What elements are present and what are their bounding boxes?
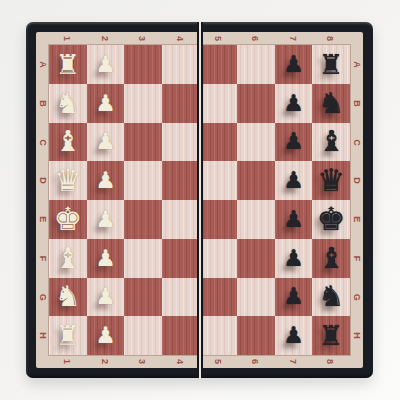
square-F4[interactable] — [162, 239, 200, 278]
hinge-fold-line — [197, 22, 203, 378]
piece-white-pawn[interactable]: ♟ — [95, 324, 116, 347]
square-D8[interactable]: ♛ — [312, 161, 350, 200]
piece-black-knight[interactable]: ♞ — [318, 282, 344, 311]
piece-black-pawn[interactable]: ♟ — [283, 169, 304, 192]
square-F7[interactable]: ♟ — [275, 239, 313, 278]
square-F3[interactable] — [124, 239, 162, 278]
square-D4[interactable] — [162, 161, 200, 200]
square-E7[interactable]: ♟ — [275, 200, 313, 239]
piece-white-rook[interactable]: ♜ — [56, 51, 80, 78]
file-label-6: 6 — [249, 32, 262, 45]
square-D3[interactable] — [124, 161, 162, 200]
file-label-1: 1 — [61, 32, 74, 45]
piece-white-pawn[interactable]: ♟ — [95, 247, 116, 270]
photo-background: 12345678 ABCDEFGH ♜♟♟♜♞♟♟♞♝♟♟♝♛♟♟♛♚♟♟♚♝♟… — [0, 0, 400, 400]
piece-white-knight[interactable]: ♞ — [55, 89, 81, 118]
square-G7[interactable]: ♟ — [275, 278, 313, 317]
piece-white-king[interactable]: ♚ — [53, 203, 82, 235]
piece-white-queen[interactable]: ♛ — [54, 165, 82, 196]
square-F2[interactable]: ♟ — [87, 239, 125, 278]
chess-board: 12345678 ABCDEFGH ♜♟♟♜♞♟♟♞♝♟♟♝♛♟♟♛♚♟♟♚♝♟… — [26, 22, 373, 378]
square-B1[interactable]: ♞ — [49, 84, 87, 123]
square-F5[interactable] — [200, 239, 238, 278]
rank-label-B: B — [36, 97, 49, 110]
square-H1[interactable]: ♜ — [49, 316, 87, 355]
piece-black-pawn[interactable]: ♟ — [283, 208, 304, 231]
square-A6[interactable] — [237, 45, 275, 84]
square-F8[interactable]: ♝ — [312, 239, 350, 278]
piece-black-pawn[interactable]: ♟ — [283, 324, 304, 347]
rank-label-E: E — [36, 213, 49, 226]
square-B8[interactable]: ♞ — [312, 84, 350, 123]
square-H7[interactable]: ♟ — [275, 316, 313, 355]
border-corner-tr — [350, 32, 363, 45]
file-label-3: 3 — [137, 32, 150, 45]
rank-label-B: B — [350, 97, 363, 110]
rank-label-F: F — [36, 252, 49, 265]
piece-white-pawn[interactable]: ♟ — [95, 285, 116, 308]
square-B2[interactable]: ♟ — [87, 84, 125, 123]
piece-black-queen[interactable]: ♛ — [317, 165, 345, 196]
square-H3[interactable] — [124, 316, 162, 355]
square-E5[interactable] — [200, 200, 238, 239]
square-E3[interactable] — [124, 200, 162, 239]
square-G2[interactable]: ♟ — [87, 278, 125, 317]
square-B4[interactable] — [162, 84, 200, 123]
rank-label-A: A — [36, 58, 49, 71]
square-C6[interactable] — [237, 123, 275, 162]
square-D5[interactable] — [200, 161, 238, 200]
rank-label-G: G — [36, 290, 49, 303]
square-A3[interactable] — [124, 45, 162, 84]
piece-white-knight[interactable]: ♞ — [55, 282, 81, 311]
rank-labels-right: ABCDEFGH — [350, 45, 363, 355]
square-G1[interactable]: ♞ — [49, 278, 87, 317]
file-label-8: 8 — [325, 355, 338, 368]
square-C2[interactable]: ♟ — [87, 123, 125, 162]
border-corner-bl — [36, 355, 49, 368]
square-H5[interactable] — [200, 316, 238, 355]
square-C1[interactable]: ♝ — [49, 123, 87, 162]
border-corner-br — [350, 355, 363, 368]
square-E2[interactable]: ♟ — [87, 200, 125, 239]
piece-white-pawn[interactable]: ♟ — [95, 130, 116, 153]
piece-white-pawn[interactable]: ♟ — [95, 92, 116, 115]
file-label-1: 1 — [61, 355, 74, 368]
square-A1[interactable]: ♜ — [49, 45, 87, 84]
square-E6[interactable] — [237, 200, 275, 239]
piece-black-bishop[interactable]: ♝ — [318, 244, 344, 273]
square-H6[interactable] — [237, 316, 275, 355]
rank-label-H: H — [36, 329, 49, 342]
rank-label-C: C — [36, 135, 49, 148]
square-D1[interactable]: ♛ — [49, 161, 87, 200]
square-A8[interactable]: ♜ — [312, 45, 350, 84]
piece-white-rook[interactable]: ♜ — [56, 322, 80, 349]
square-G6[interactable] — [237, 278, 275, 317]
piece-black-pawn[interactable]: ♟ — [283, 247, 304, 270]
square-A5[interactable] — [200, 45, 238, 84]
piece-white-bishop[interactable]: ♝ — [55, 244, 81, 273]
file-label-3: 3 — [137, 355, 150, 368]
file-label-5: 5 — [212, 32, 225, 45]
square-E1[interactable]: ♚ — [49, 200, 87, 239]
border-corner-tl — [36, 32, 49, 45]
square-B3[interactable] — [124, 84, 162, 123]
square-G8[interactable]: ♞ — [312, 278, 350, 317]
file-label-6: 6 — [249, 355, 262, 368]
square-B5[interactable] — [200, 84, 238, 123]
square-C7[interactable]: ♟ — [275, 123, 313, 162]
square-C5[interactable] — [200, 123, 238, 162]
piece-white-pawn[interactable]: ♟ — [95, 169, 116, 192]
square-G3[interactable] — [124, 278, 162, 317]
piece-black-knight[interactable]: ♞ — [318, 89, 344, 118]
square-B6[interactable] — [237, 84, 275, 123]
square-H4[interactable] — [162, 316, 200, 355]
file-label-7: 7 — [287, 355, 300, 368]
rank-label-E: E — [350, 213, 363, 226]
piece-black-king[interactable]: ♚ — [317, 203, 346, 235]
square-A7[interactable]: ♟ — [275, 45, 313, 84]
square-C3[interactable] — [124, 123, 162, 162]
piece-black-rook[interactable]: ♜ — [319, 51, 343, 78]
rank-label-A: A — [350, 58, 363, 71]
file-label-2: 2 — [99, 32, 112, 45]
piece-white-bishop[interactable]: ♝ — [55, 127, 81, 156]
file-label-8: 8 — [325, 32, 338, 45]
file-label-7: 7 — [287, 32, 300, 45]
rank-label-C: C — [350, 135, 363, 148]
piece-black-pawn[interactable]: ♟ — [283, 92, 304, 115]
rank-labels-left: ABCDEFGH — [36, 45, 49, 355]
rank-label-D: D — [36, 174, 49, 187]
square-D2[interactable]: ♟ — [87, 161, 125, 200]
piece-black-rook[interactable]: ♜ — [319, 322, 343, 349]
square-C4[interactable] — [162, 123, 200, 162]
piece-white-pawn[interactable]: ♟ — [95, 53, 116, 76]
rank-label-G: G — [350, 290, 363, 303]
rank-label-D: D — [350, 174, 363, 187]
square-F1[interactable]: ♝ — [49, 239, 87, 278]
square-H2[interactable]: ♟ — [87, 316, 125, 355]
piece-black-pawn[interactable]: ♟ — [283, 53, 304, 76]
file-label-4: 4 — [174, 355, 187, 368]
square-E4[interactable] — [162, 200, 200, 239]
piece-black-pawn[interactable]: ♟ — [283, 130, 304, 153]
square-C8[interactable]: ♝ — [312, 123, 350, 162]
square-H8[interactable]: ♜ — [312, 316, 350, 355]
square-A4[interactable] — [162, 45, 200, 84]
file-label-2: 2 — [99, 355, 112, 368]
rank-label-H: H — [350, 329, 363, 342]
file-label-5: 5 — [212, 355, 225, 368]
piece-black-pawn[interactable]: ♟ — [283, 285, 304, 308]
piece-black-bishop[interactable]: ♝ — [318, 127, 344, 156]
square-G5[interactable] — [200, 278, 238, 317]
file-label-4: 4 — [174, 32, 187, 45]
square-B7[interactable]: ♟ — [275, 84, 313, 123]
rank-label-F: F — [350, 252, 363, 265]
piece-white-pawn[interactable]: ♟ — [95, 208, 116, 231]
square-D6[interactable] — [237, 161, 275, 200]
square-D7[interactable]: ♟ — [275, 161, 313, 200]
square-E8[interactable]: ♚ — [312, 200, 350, 239]
square-F6[interactable] — [237, 239, 275, 278]
square-A2[interactable]: ♟ — [87, 45, 125, 84]
square-G4[interactable] — [162, 278, 200, 317]
